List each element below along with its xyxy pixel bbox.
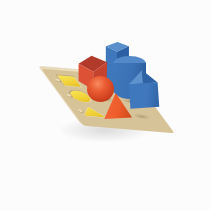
- piece-shadow: [108, 82, 132, 90]
- cylinder-top-face: [113, 56, 146, 71]
- piece-shadow: [130, 113, 154, 121]
- product-photo: [0, 0, 210, 210]
- piece-shadow: [119, 97, 143, 105]
- peg-knob: [77, 109, 85, 113]
